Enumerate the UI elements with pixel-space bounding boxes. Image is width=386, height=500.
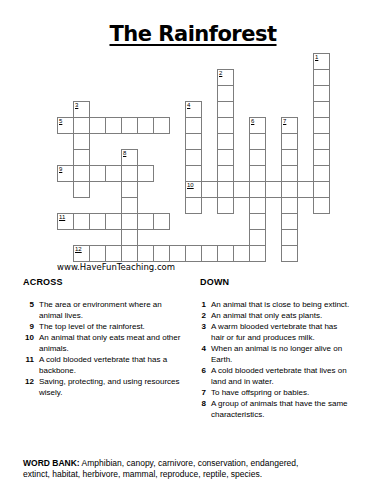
down-clue-1: 1An animal that is close to being extinc… [195, 299, 383, 310]
grid-cell-r9c16[interactable] [313, 197, 330, 214]
grid-cell-r6c14[interactable] [281, 149, 298, 166]
grid-cell-r10c14[interactable] [281, 213, 298, 230]
grid-cell-r12c10[interactable] [217, 245, 234, 262]
grid-cell-r8c1[interactable] [73, 181, 90, 198]
grid-cell-r7c5[interactable] [137, 165, 154, 182]
grid-cell-r4c14[interactable]: 7 [281, 117, 298, 134]
cell-number-3: 3 [75, 102, 78, 109]
clue-number: 12 [23, 376, 34, 387]
clue-number: 11 [23, 354, 34, 365]
clue-number: 5 [23, 299, 34, 310]
grid-cell-r4c0[interactable]: 5 [57, 117, 74, 134]
across-clue-9: 9The top level of the rainforest. [23, 321, 198, 332]
grid-cell-r12c7[interactable] [169, 245, 186, 262]
grid-cell-r7c10[interactable] [217, 165, 234, 182]
grid-cell-r12c3[interactable] [105, 245, 122, 262]
clue-text: A cold blooded vertebrate that has a bac… [39, 354, 167, 376]
grid-cell-r8c8[interactable]: 10 [185, 181, 202, 198]
across-clue-5: 5The area or environment where an animal… [23, 299, 198, 321]
down-clue-4: 4When an animal is no longer alive on Ea… [195, 343, 383, 365]
grid-cell-r5c14[interactable] [281, 133, 298, 150]
across-clue-12: 12Saving, protecting, and using resource… [23, 376, 198, 398]
cell-number-1: 1 [315, 54, 318, 61]
grid-cell-r7c0[interactable]: 9 [57, 165, 74, 182]
down-clue-8: 8A group of animals that have the same c… [195, 398, 383, 420]
cell-number-6: 6 [251, 118, 254, 125]
down-clue-6: 6A cold blooded vertebrate that lives on… [195, 365, 383, 387]
grid-cell-r10c0[interactable]: 11 [57, 213, 74, 230]
down-clue-7: 7To have offspring or babies. [195, 387, 383, 398]
cell-number-9: 9 [59, 166, 62, 173]
down-clue-list: 1An animal that is close to being extinc… [195, 299, 383, 420]
across-clue-10: 10An animal that only eats meat and othe… [23, 332, 198, 354]
grid-cell-r6c16[interactable] [313, 149, 330, 166]
down-clue-2: 2An animal that only eats plants. [195, 310, 383, 321]
clue-number: 7 [195, 387, 206, 398]
grid-cell-r10c5[interactable] [137, 213, 154, 230]
clue-number: 2 [195, 310, 206, 321]
grid-cell-r4c12[interactable]: 6 [249, 117, 266, 134]
grid-cell-r7c14[interactable] [281, 165, 298, 182]
grid-cell-r8c16[interactable] [313, 181, 330, 198]
grid-cell-r7c8[interactable] [185, 165, 202, 182]
grid-cell-r7c3[interactable] [105, 165, 122, 182]
grid-cell-r4c2[interactable] [89, 117, 106, 134]
grid-cell-r4c5[interactable] [137, 117, 154, 134]
grid-cell-r2c16[interactable] [313, 85, 330, 102]
clue-text: A cold blooded vertebrate that lives on … [211, 365, 347, 387]
grid-cell-r3c8[interactable]: 4 [185, 101, 202, 118]
grid-cell-r9c12[interactable] [249, 197, 266, 214]
clue-text: An animal that only eats meat and other … [39, 332, 180, 354]
cell-number-4: 4 [187, 102, 190, 109]
grid-cell-r9c8[interactable] [185, 197, 202, 214]
grid-cell-r12c5[interactable] [137, 245, 154, 262]
cell-number-8: 8 [123, 150, 126, 157]
clue-text: A group of animals that have the same ch… [211, 398, 348, 420]
grid-cell-r7c1[interactable] [73, 165, 90, 182]
grid-cell-r5c12[interactable] [249, 133, 266, 150]
across-clue-11: 11A cold blooded vertebrate that has a b… [23, 354, 198, 376]
clue-text: The area or environment where an animal … [39, 299, 162, 321]
grid-cell-r8c11[interactable] [233, 181, 250, 198]
grid-cell-r12c8[interactable] [185, 245, 202, 262]
grid-cell-r12c11[interactable] [233, 245, 250, 262]
grid-cell-r8c9[interactable] [201, 181, 218, 198]
page-title: The Rainforest [0, 22, 386, 46]
cell-number-5: 5 [59, 118, 62, 125]
across-header: ACROSS [23, 277, 63, 287]
clue-number: 9 [23, 321, 34, 332]
clue-number: 3 [195, 321, 206, 332]
grid-cell-r5c10[interactable] [217, 133, 234, 150]
clue-number: 6 [195, 365, 206, 376]
grid-cell-r0c16[interactable]: 1 [313, 53, 330, 70]
cell-number-11: 11 [59, 214, 65, 221]
grid-cell-r6c4[interactable]: 8 [121, 149, 138, 166]
grid-cell-r7c4[interactable] [121, 165, 138, 182]
grid-cell-r8c13[interactable] [265, 181, 282, 198]
grid-cell-r7c16[interactable] [313, 165, 330, 182]
grid-cell-r6c8[interactable] [185, 149, 202, 166]
grid-cell-r6c1[interactable] [73, 149, 90, 166]
grid-cell-r2c10[interactable] [217, 85, 234, 102]
clue-text: The top level of the rainforest. [39, 321, 145, 332]
across-clue-list: 5The area or environment where an animal… [23, 299, 198, 398]
grid-cell-r8c14[interactable] [281, 181, 298, 198]
grid-cell-r4c4[interactable] [121, 117, 138, 134]
cell-number-2: 2 [219, 70, 222, 77]
clue-text: An animal that is close to being extinct… [211, 299, 349, 310]
grid-cell-r8c10[interactable] [217, 181, 234, 198]
clue-number: 1 [195, 299, 206, 310]
clue-number: 8 [195, 398, 206, 409]
grid-cell-r8c12[interactable] [249, 181, 266, 198]
grid-cell-r4c1[interactable] [73, 117, 90, 134]
grid-cell-r10c4[interactable] [121, 213, 138, 230]
clue-text: Saving, protecting, and using resources … [39, 376, 180, 398]
grid-cell-r12c6[interactable] [153, 245, 170, 262]
grid-cell-r4c8[interactable] [185, 117, 202, 134]
grid-cell-r12c9[interactable] [201, 245, 218, 262]
grid-cell-r9c14[interactable] [281, 197, 298, 214]
grid-cell-r7c2[interactable] [89, 165, 106, 182]
grid-cell-r5c8[interactable] [185, 133, 202, 150]
grid-cell-r6c12[interactable] [249, 149, 266, 166]
clue-text: To have offspring or babies. [211, 387, 309, 398]
grid-cell-r8c15[interactable] [297, 181, 314, 198]
down-header: DOWN [200, 277, 229, 287]
clue-text: When an animal is no longer alive on Ear… [211, 343, 342, 365]
grid-cell-r3c10[interactable] [217, 101, 234, 118]
grid-cell-r5c16[interactable] [313, 133, 330, 150]
grid-cell-r12c14[interactable] [281, 245, 298, 262]
cell-number-7: 7 [283, 118, 286, 125]
clue-text: A warm blooded vertebrate that has hair … [211, 321, 337, 343]
clue-number: 10 [23, 332, 34, 343]
grid-cell-r11c14[interactable] [281, 229, 298, 246]
grid-cell-r10c12[interactable] [249, 213, 266, 230]
grid-cell-r1c10[interactable]: 2 [217, 69, 234, 86]
grid-cell-r12c12[interactable] [249, 245, 266, 262]
grid-cell-r10c6[interactable] [153, 213, 170, 230]
word-bank-label: WORD BANK: [23, 458, 80, 468]
cell-number-10: 10 [187, 182, 194, 189]
grid-cell-r5c1[interactable] [73, 133, 90, 150]
worksheet-page: The Rainforest 123456789101112 www.HaveF… [0, 0, 386, 500]
grid-cell-r6c10[interactable] [217, 149, 234, 166]
grid-cell-r9c10[interactable] [217, 197, 234, 214]
down-clue-3: 3A warm blooded vertebrate that has hair… [195, 321, 383, 343]
grid-cell-r12c4[interactable] [121, 245, 138, 262]
grid-cell-r7c12[interactable] [249, 165, 266, 182]
grid-cell-r3c16[interactable] [313, 101, 330, 118]
grid-cell-r1c16[interactable] [313, 69, 330, 86]
word-bank: WORD BANK: Amphibian, canopy, carnivore,… [23, 458, 368, 480]
grid-cell-r10c1[interactable] [73, 213, 90, 230]
grid-cell-r4c10[interactable] [217, 117, 234, 134]
grid-cell-r11c4[interactable] [121, 229, 138, 246]
grid-cell-r4c16[interactable] [313, 117, 330, 134]
grid-cell-r12c1[interactable]: 12 [73, 245, 90, 262]
grid-cell-r9c4[interactable] [121, 197, 138, 214]
website-credit: www.HaveFunTeaching.com [57, 262, 175, 272]
cell-number-12: 12 [75, 246, 82, 253]
grid-cell-r4c6[interactable] [153, 117, 170, 134]
grid-cell-r11c12[interactable] [249, 229, 266, 246]
grid-cell-r4c3[interactable] [105, 117, 122, 134]
grid-cell-r3c1[interactable]: 3 [73, 101, 90, 118]
clue-text: An animal that only eats plants. [211, 310, 322, 321]
grid-cell-r10c3[interactable] [105, 213, 122, 230]
clue-number: 4 [195, 343, 206, 354]
grid-cell-r12c2[interactable] [89, 245, 106, 262]
crossword-grid: 123456789101112 [57, 53, 330, 262]
grid-cell-r8c4[interactable] [121, 181, 138, 198]
grid-cell-r10c2[interactable] [89, 213, 106, 230]
